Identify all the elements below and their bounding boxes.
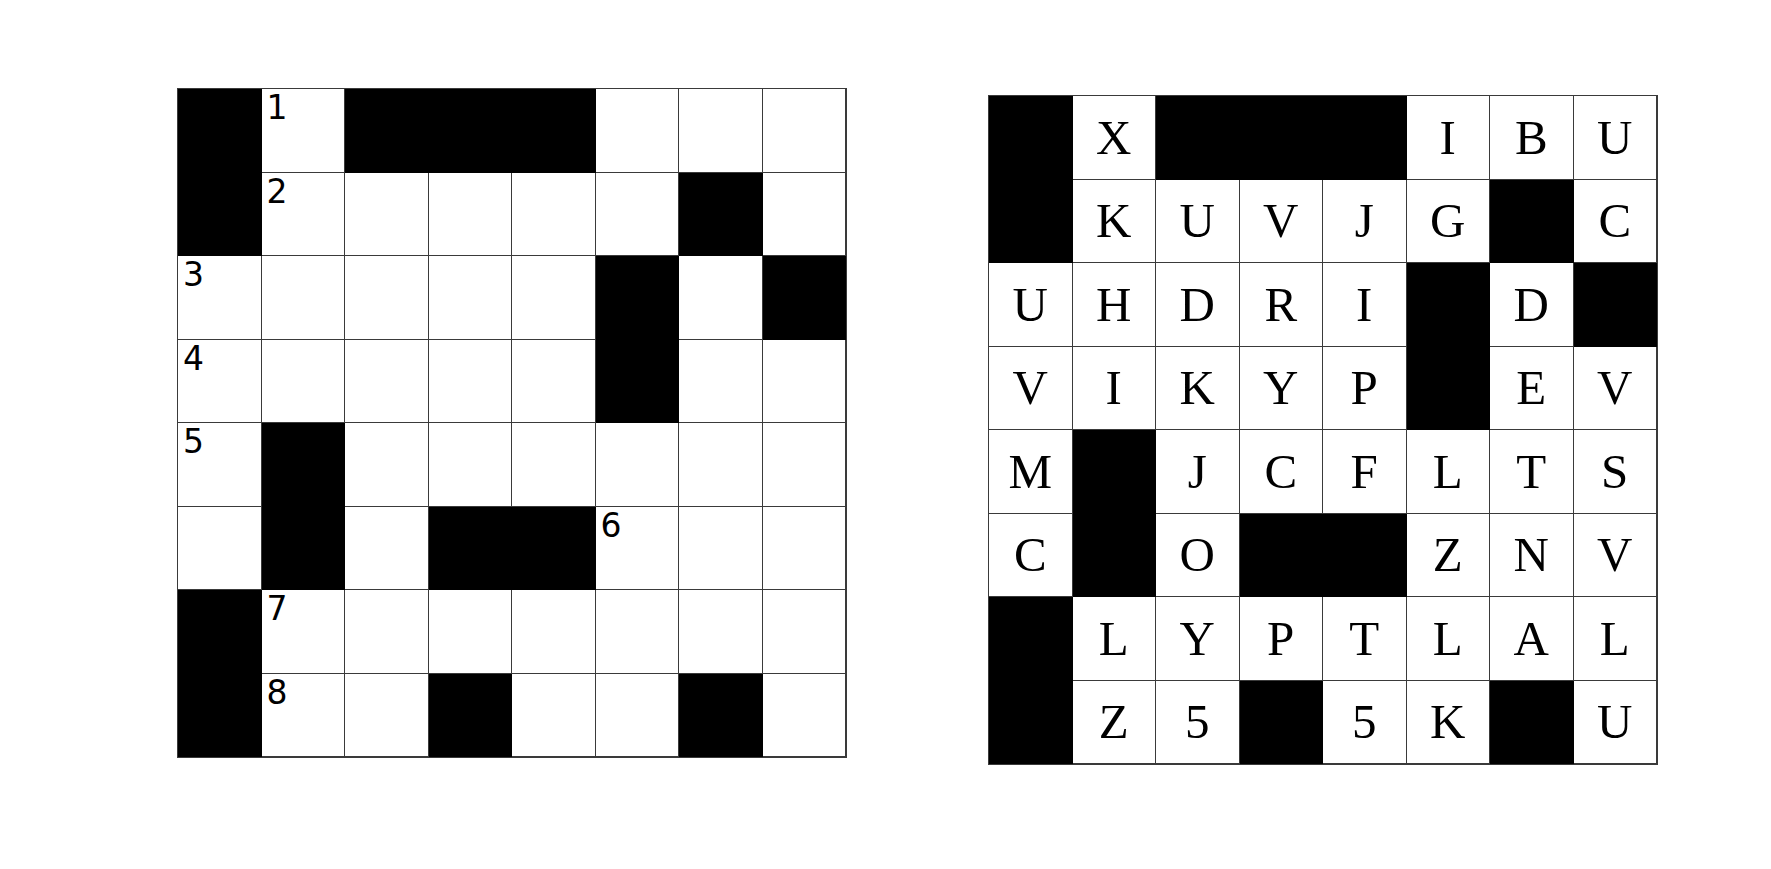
cell-r8c7	[679, 674, 763, 758]
cell-letter: N	[1514, 530, 1549, 579]
cell-r8c1	[989, 681, 1073, 765]
cell-letter: L	[1099, 614, 1129, 663]
cell-letter: C	[1598, 196, 1631, 245]
cell-letter: U	[1597, 697, 1632, 746]
cell-r3c6	[1407, 263, 1491, 347]
clue-number: 5	[183, 425, 204, 458]
cell-r3c3[interactable]	[345, 256, 429, 340]
cell-letter: R	[1264, 280, 1297, 329]
cell-r2c1	[989, 180, 1073, 264]
cell-letter: I	[1356, 280, 1372, 329]
cell-r6c7[interactable]	[679, 507, 763, 591]
cell-r5c2	[1073, 430, 1157, 514]
cell-r8c4	[429, 674, 513, 758]
cell-r6c4	[1240, 514, 1324, 598]
cell-r3c2[interactable]: H	[1073, 263, 1157, 347]
cell-letter: I	[1440, 113, 1456, 162]
cell-r7c6[interactable]: L	[1407, 597, 1491, 681]
cell-r6c6[interactable]: Z	[1407, 514, 1491, 598]
cell-r4c6	[1407, 347, 1491, 431]
cell-r7c2[interactable]: 7	[262, 590, 346, 674]
cell-r6c1[interactable]: C	[989, 514, 1073, 598]
cell-r5c5[interactable]: F	[1323, 430, 1407, 514]
cell-r7c1	[178, 590, 262, 674]
cell-letter: K	[1180, 363, 1215, 412]
cell-r1c8[interactable]	[763, 89, 847, 173]
cell-r5c4[interactable]: C	[1240, 430, 1324, 514]
cell-r2c6[interactable]	[596, 173, 680, 257]
cell-r1c7[interactable]	[679, 89, 763, 173]
cell-r2c2[interactable]: K	[1073, 180, 1157, 264]
cell-r4c6	[596, 340, 680, 424]
cell-r5c8[interactable]: S	[1574, 430, 1658, 514]
cell-r8c5[interactable]	[512, 674, 596, 758]
cell-r2c5[interactable]: J	[1323, 180, 1407, 264]
cell-r4c8[interactable]	[763, 340, 847, 424]
cell-r2c8[interactable]: C	[1574, 180, 1658, 264]
cell-r8c6[interactable]	[596, 674, 680, 758]
cell-r4c1[interactable]: 4	[178, 340, 262, 424]
cell-r3c2[interactable]	[262, 256, 346, 340]
cell-r5c8[interactable]	[763, 423, 847, 507]
cell-r5c6[interactable]	[596, 423, 680, 507]
cell-r2c3[interactable]: U	[1156, 180, 1240, 264]
cell-r6c2	[1073, 514, 1157, 598]
cell-letter: Y	[1180, 614, 1215, 663]
cell-r7c2[interactable]: L	[1073, 597, 1157, 681]
cell-letter: 5	[1352, 697, 1377, 746]
clue-number: 6	[601, 509, 622, 542]
cell-letter: P	[1351, 363, 1378, 412]
cell-letter: O	[1180, 530, 1215, 579]
cell-r8c6[interactable]: K	[1407, 681, 1491, 765]
cell-r8c5[interactable]: 5	[1323, 681, 1407, 765]
cell-r8c2[interactable]: 8	[262, 674, 346, 758]
cell-r3c8	[1574, 263, 1658, 347]
cell-letter: L	[1433, 614, 1463, 663]
cell-letter: V	[1263, 196, 1298, 245]
cell-r5c2	[262, 423, 346, 507]
cell-r2c3[interactable]	[345, 173, 429, 257]
cell-r7c8[interactable]: L	[1574, 597, 1658, 681]
cell-r1c7[interactable]: B	[1490, 96, 1574, 180]
cell-r5c1[interactable]: 5	[178, 423, 262, 507]
clue-number: 2	[267, 175, 288, 208]
cell-r7c7[interactable]: A	[1490, 597, 1574, 681]
cell-letter: M	[1008, 447, 1052, 496]
cell-r2c8[interactable]	[763, 173, 847, 257]
cell-r4c1[interactable]: V	[989, 347, 1073, 431]
cell-letter: A	[1514, 614, 1549, 663]
cell-r1c1	[178, 89, 262, 173]
cell-letter: D	[1514, 280, 1549, 329]
cell-r4c5[interactable]	[512, 340, 596, 424]
cell-r5c5[interactable]	[512, 423, 596, 507]
cell-r7c6[interactable]	[596, 590, 680, 674]
cell-r6c1[interactable]	[178, 507, 262, 591]
cell-letter: E	[1516, 363, 1546, 412]
cell-letter: K	[1096, 196, 1131, 245]
cell-r6c7[interactable]: N	[1490, 514, 1574, 598]
cell-letter: S	[1601, 447, 1628, 496]
cell-r7c4[interactable]	[429, 590, 513, 674]
cell-r6c5	[512, 507, 596, 591]
cell-r1c2[interactable]: 1	[262, 89, 346, 173]
cell-letter: L	[1600, 614, 1630, 663]
clue-number: 4	[183, 342, 204, 375]
cell-r7c4[interactable]: P	[1240, 597, 1324, 681]
cell-r7c8[interactable]	[763, 590, 847, 674]
cell-letter: U	[1597, 113, 1632, 162]
cell-letter: F	[1351, 447, 1378, 496]
cell-letter: L	[1433, 447, 1463, 496]
cell-r3c5[interactable]	[512, 256, 596, 340]
cell-r5c7[interactable]	[679, 423, 763, 507]
cell-r5c6[interactable]: L	[1407, 430, 1491, 514]
cell-r4c8[interactable]: V	[1574, 347, 1658, 431]
cell-letter: T	[1516, 447, 1546, 496]
cell-r1c3	[1156, 96, 1240, 180]
cell-letter: C	[1014, 530, 1047, 579]
cell-r8c3[interactable]: 5	[1156, 681, 1240, 765]
cell-r8c1	[178, 674, 262, 758]
cell-r6c2	[262, 507, 346, 591]
cell-letter: H	[1096, 280, 1131, 329]
cell-r4c4[interactable]	[429, 340, 513, 424]
cell-r6c3[interactable]: O	[1156, 514, 1240, 598]
cell-r7c5[interactable]: T	[1323, 597, 1407, 681]
cell-r6c4	[429, 507, 513, 591]
cell-r1c4	[1240, 96, 1324, 180]
cell-letter: B	[1515, 113, 1548, 162]
solution-grid: XIBUKUVJGCUHDRIDVIKYPEVMJCFLTSCOZNVLYPTL…	[988, 95, 1658, 765]
cell-r6c6[interactable]: 6	[596, 507, 680, 591]
cell-letter: G	[1430, 196, 1465, 245]
puzzle-grid: 12345678	[177, 88, 847, 758]
cell-letter: J	[1188, 447, 1207, 496]
cell-r6c8[interactable]	[763, 507, 847, 591]
cell-r4c5[interactable]: P	[1323, 347, 1407, 431]
cell-r5c3[interactable]: J	[1156, 430, 1240, 514]
cell-r8c4	[1240, 681, 1324, 765]
cell-r3c3[interactable]: D	[1156, 263, 1240, 347]
cell-r3c7[interactable]	[679, 256, 763, 340]
cell-r1c6[interactable]	[596, 89, 680, 173]
cell-letter: D	[1180, 280, 1215, 329]
cell-r8c8[interactable]	[763, 674, 847, 758]
cell-letter: Z	[1433, 530, 1463, 579]
cell-letter: J	[1355, 196, 1374, 245]
cell-r2c1	[178, 173, 262, 257]
cell-letter: C	[1264, 447, 1297, 496]
cell-r2c4[interactable]	[429, 173, 513, 257]
cell-r1c4	[429, 89, 513, 173]
cell-r1c8[interactable]: U	[1574, 96, 1658, 180]
cell-r8c8[interactable]: U	[1574, 681, 1658, 765]
cell-r4c3[interactable]: K	[1156, 347, 1240, 431]
cell-r3c4[interactable]	[429, 256, 513, 340]
cell-letter: Z	[1099, 697, 1129, 746]
cell-r8c3[interactable]	[345, 674, 429, 758]
cell-r6c5	[1323, 514, 1407, 598]
cell-r2c7	[679, 173, 763, 257]
cell-letter: U	[1180, 196, 1215, 245]
cell-r4c2[interactable]: I	[1073, 347, 1157, 431]
cell-r1c5	[1323, 96, 1407, 180]
cell-letter: 5	[1185, 697, 1210, 746]
cell-letter: V	[1013, 363, 1048, 412]
cell-r1c6[interactable]: I	[1407, 96, 1491, 180]
cell-letter: P	[1267, 614, 1294, 663]
cell-r5c4[interactable]	[429, 423, 513, 507]
cell-r8c2[interactable]: Z	[1073, 681, 1157, 765]
cell-letter: T	[1349, 614, 1379, 663]
cell-letter: V	[1597, 363, 1632, 412]
cell-r4c7[interactable]	[679, 340, 763, 424]
cell-r3c1[interactable]: U	[989, 263, 1073, 347]
cell-letter: V	[1597, 530, 1632, 579]
cell-r3c5[interactable]: I	[1323, 263, 1407, 347]
cell-r6c3[interactable]	[345, 507, 429, 591]
cell-r2c5[interactable]	[512, 173, 596, 257]
clue-number: 7	[267, 592, 288, 625]
cell-r5c7[interactable]: T	[1490, 430, 1574, 514]
cell-r6c8[interactable]: V	[1574, 514, 1658, 598]
cell-r3c6	[596, 256, 680, 340]
cell-r4c4[interactable]: Y	[1240, 347, 1324, 431]
cell-r5c3[interactable]	[345, 423, 429, 507]
cell-r2c6[interactable]: G	[1407, 180, 1491, 264]
cell-r3c8	[763, 256, 847, 340]
cell-letter: K	[1430, 697, 1465, 746]
cell-r3c1[interactable]: 3	[178, 256, 262, 340]
cell-r3c7[interactable]: D	[1490, 263, 1574, 347]
clue-number: 3	[183, 258, 204, 291]
cell-r2c7	[1490, 180, 1574, 264]
cell-r2c4[interactable]: V	[1240, 180, 1324, 264]
cell-r7c3[interactable]: Y	[1156, 597, 1240, 681]
cell-r7c7[interactable]	[679, 590, 763, 674]
cell-r5c1[interactable]: M	[989, 430, 1073, 514]
cell-r1c3	[345, 89, 429, 173]
cell-r4c2[interactable]	[262, 340, 346, 424]
cell-r7c3[interactable]	[345, 590, 429, 674]
cell-r1c5	[512, 89, 596, 173]
cell-letter: X	[1096, 113, 1131, 162]
cell-r4c7[interactable]: E	[1490, 347, 1574, 431]
cell-letter: U	[1013, 280, 1048, 329]
cell-r1c2[interactable]: X	[1073, 96, 1157, 180]
cell-r3c4[interactable]: R	[1240, 263, 1324, 347]
cell-letter: I	[1106, 363, 1122, 412]
cell-r1c1	[989, 96, 1073, 180]
cell-r4c3[interactable]	[345, 340, 429, 424]
clue-number: 8	[267, 676, 288, 709]
cell-letter: Y	[1263, 363, 1298, 412]
clue-number: 1	[267, 91, 288, 124]
cell-r8c7	[1490, 681, 1574, 765]
cell-r7c5[interactable]	[512, 590, 596, 674]
cell-r2c2[interactable]: 2	[262, 173, 346, 257]
cell-r7c1	[989, 597, 1073, 681]
